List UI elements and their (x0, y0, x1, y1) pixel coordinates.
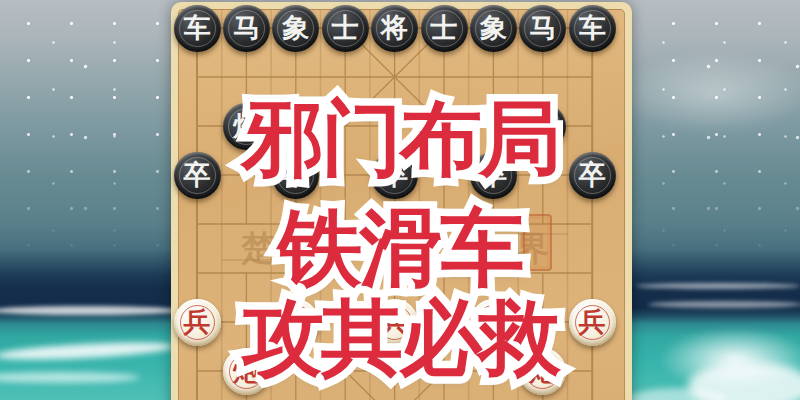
title-line-3: 攻其必救 攻其必救 (170, 297, 630, 379)
video-frame: 楚河 汉界 车马象士将士象马车炮炮卒卒卒卒卒兵兵兵兵兵炮炮车马相仕帅仕相马车 邪… (0, 0, 800, 400)
title-line-1: 邪门布局 邪门布局 (170, 98, 630, 180)
title-overlay: 邪门布局 邪门布局 铁滑车 铁滑车 攻其必救 攻其必救 (170, 0, 630, 400)
title-line-3-fill: 攻其必救 (242, 292, 558, 383)
title-line-2: 铁滑车 铁滑车 (170, 206, 630, 290)
title-line-1-fill: 邪门布局 (242, 93, 558, 184)
wave-foam (648, 301, 800, 308)
cloud-patch (615, 50, 800, 135)
wave-foam (0, 339, 175, 362)
wave-foam (0, 372, 140, 383)
wave-foam (636, 283, 800, 289)
title-line-2-fill: 铁滑车 (279, 201, 522, 295)
wave-foam (0, 306, 180, 315)
